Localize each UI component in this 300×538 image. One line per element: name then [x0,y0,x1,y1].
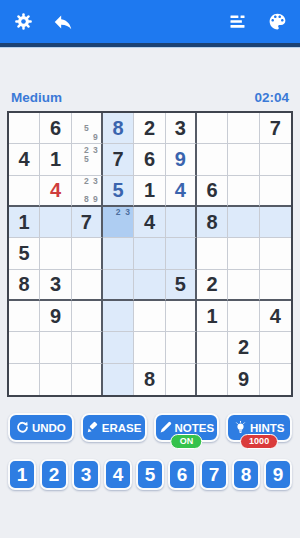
undo-icon [16,421,29,434]
cell-r8c4[interactable] [103,332,134,363]
pencil-notes: 59 [73,114,100,142]
cell-r4c7[interactable]: 8 [197,207,228,238]
cell-r8c7[interactable] [197,332,228,363]
cell-r6c2[interactable]: 3 [40,270,71,301]
undo-button[interactable]: UNDO [8,413,74,442]
back-icon[interactable] [52,11,74,33]
cell-r3c7[interactable]: 6 [197,176,228,207]
cell-r3c9[interactable] [260,176,291,207]
cell-r5c6[interactable] [166,238,197,269]
status-bar: Medium 02:04 [0,90,300,105]
cell-r1c8[interactable] [228,113,259,144]
top-bar-divider [0,43,300,48]
cell-r2c5[interactable]: 6 [134,144,165,175]
cell-r2c7[interactable] [197,144,228,175]
cell-r8c1[interactable] [9,332,40,363]
pencil-notes: 235 [73,145,100,173]
cell-r7c3[interactable] [72,301,103,332]
notes-label: NOTES [175,422,215,434]
cell-r8c9[interactable] [260,332,291,363]
numpad-3[interactable]: 3 [72,459,100,490]
hints-count-badge: 1000 [240,434,278,449]
cell-r4c9[interactable] [260,207,291,238]
notes-button[interactable]: NOTES ON [154,413,220,442]
pencil-notes: 2389 [73,177,100,204]
cell-r6c1[interactable]: 8 [9,270,40,301]
palette-icon[interactable] [266,11,288,33]
cell-r7c5[interactable] [134,301,165,332]
cell-r2c2[interactable]: 1 [40,144,71,175]
timer: 02:04 [254,90,289,105]
cell-r4c6[interactable] [166,207,197,238]
numpad-9[interactable]: 9 [264,459,292,490]
cell-r7c4[interactable] [103,301,134,332]
cell-r7c8[interactable] [228,301,259,332]
numpad-7[interactable]: 7 [200,459,228,490]
cell-r1c6[interactable]: 3 [166,113,197,144]
cell-r3c5[interactable]: 1 [134,176,165,207]
hints-label: HINTS [250,422,285,434]
cell-r2c6[interactable]: 9 [166,144,197,175]
top-bar [0,0,300,43]
notes-on-badge: ON [171,434,203,449]
cell-r3c2[interactable]: 4 [40,176,71,207]
cell-r3c8[interactable] [228,176,259,207]
cell-r2c9[interactable] [260,144,291,175]
cell-r7c1[interactable] [9,301,40,332]
numpad-8[interactable]: 8 [232,459,260,490]
eraser-icon [86,421,99,434]
erase-button[interactable]: ERASE [81,413,147,442]
numpad-2[interactable]: 2 [40,459,68,490]
sudoku-app: Medium 02:04 659823741235769423895146172… [0,0,300,538]
difficulty-label[interactable]: Medium [11,90,62,105]
numpad-5[interactable]: 5 [136,459,164,490]
cell-r1c2[interactable]: 6 [40,113,71,144]
cell-r5c8[interactable] [228,238,259,269]
cell-r4c2[interactable] [40,207,71,238]
cell-r1c5[interactable]: 2 [134,113,165,144]
cell-r6c3[interactable] [72,270,103,301]
cell-r5c2[interactable] [40,238,71,269]
menu-icon[interactable] [226,11,248,33]
sudoku-board: 6598237412357694238951461723485835291428… [7,111,293,397]
cell-r8c5[interactable] [134,332,165,363]
cell-r8c6[interactable] [166,332,197,363]
erase-label: ERASE [102,422,142,434]
numpad-4[interactable]: 4 [104,459,132,490]
cell-r2c4[interactable]: 7 [103,144,134,175]
cell-r5c5[interactable] [134,238,165,269]
cell-r4c8[interactable] [228,207,259,238]
cell-r5c9[interactable] [260,238,291,269]
cell-r7c7[interactable]: 1 [197,301,228,332]
cell-r4c3[interactable]: 7 [72,207,103,238]
cell-r7c6[interactable] [166,301,197,332]
cell-r2c1[interactable]: 4 [9,144,40,175]
hints-button[interactable]: HINTS 1000 [226,413,292,442]
cell-r8c8[interactable]: 2 [228,332,259,363]
numpad-1[interactable]: 1 [8,459,36,490]
cell-r6c8[interactable] [228,270,259,301]
cell-r1c3[interactable]: 59 [72,113,103,144]
cell-r5c4[interactable] [103,238,134,269]
cell-r8c3[interactable] [72,332,103,363]
cell-r9c8[interactable]: 9 [228,364,259,395]
cell-r3c6[interactable]: 4 [166,176,197,207]
cell-r4c5[interactable]: 4 [134,207,165,238]
cell-r5c7[interactable] [197,238,228,269]
cell-r6c5[interactable] [134,270,165,301]
pencil-icon [159,421,172,434]
cell-r2c8[interactable] [228,144,259,175]
cell-r9c6[interactable] [166,364,197,395]
undo-label: UNDO [32,422,66,434]
cell-r3c3[interactable]: 2389 [72,176,103,207]
cell-r9c4[interactable] [103,364,134,395]
cell-r4c4[interactable]: 23 [103,207,134,238]
cell-r1c1[interactable] [9,113,40,144]
cell-r1c9[interactable]: 7 [260,113,291,144]
cell-r1c4[interactable]: 8 [103,113,134,144]
lightbulb-icon [234,421,247,434]
cell-r5c3[interactable] [72,238,103,269]
controls-row: UNDO ERASE NOTES ON [0,413,300,442]
cell-r3c1[interactable] [9,176,40,207]
cell-r5c1[interactable]: 5 [9,238,40,269]
numpad-6[interactable]: 6 [168,459,196,490]
cell-r6c7[interactable]: 2 [197,270,228,301]
cell-r6c9[interactable] [260,270,291,301]
cell-r4c1[interactable]: 1 [9,207,40,238]
cell-r7c9[interactable]: 4 [260,301,291,332]
cell-r6c6[interactable]: 5 [166,270,197,301]
cell-r9c9[interactable] [260,364,291,395]
cell-r9c1[interactable] [9,364,40,395]
cell-r9c3[interactable] [72,364,103,395]
cell-r9c2[interactable] [40,364,71,395]
cell-r6c4[interactable] [103,270,134,301]
numpad-row: 123456789 [0,459,300,490]
cell-r8c2[interactable] [40,332,71,363]
cell-r9c7[interactable] [197,364,228,395]
cell-r3c4[interactable]: 5 [103,176,134,207]
cell-r2c3[interactable]: 235 [72,144,103,175]
settings-icon[interactable] [12,11,34,33]
cell-r7c2[interactable]: 9 [40,301,71,332]
cell-r9c5[interactable]: 8 [134,364,165,395]
pencil-notes: 23 [104,208,132,236]
cell-r1c7[interactable] [197,113,228,144]
